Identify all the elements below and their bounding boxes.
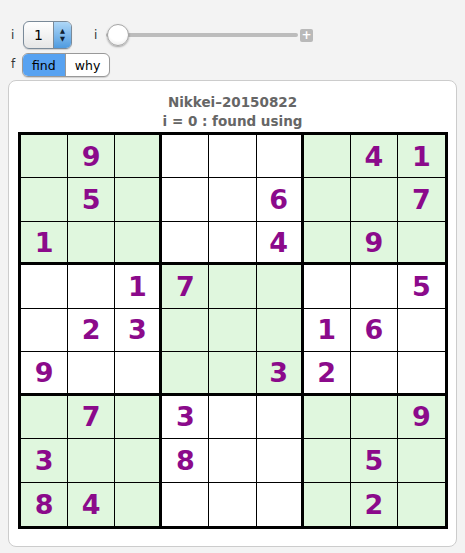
slider-track[interactable]: [106, 33, 298, 37]
why-button[interactable]: why: [65, 54, 110, 76]
cell-r1c9: 1: [398, 135, 445, 178]
slider-thumb[interactable]: [107, 24, 129, 46]
cell-r6c8: [351, 352, 398, 395]
cell-r9c9: [398, 483, 445, 526]
cell-r9c4: [162, 483, 209, 526]
cell-r6c2: [68, 352, 115, 395]
cell-r5c2: 2: [68, 309, 115, 352]
cell-r1c6: [257, 135, 304, 178]
cell-r5c5: [209, 309, 256, 352]
cell-r4c8: [351, 265, 398, 308]
cell-r5c8: 6: [351, 309, 398, 352]
slider-label: i: [94, 28, 97, 42]
cell-r3c8: 9: [351, 222, 398, 265]
cell-r4c2: [68, 265, 115, 308]
cell-r4c3: 1: [115, 265, 162, 308]
cell-r2c7: [304, 178, 351, 221]
cell-r9c6: [257, 483, 304, 526]
cell-r4c9: 5: [398, 265, 445, 308]
cell-r8c8: 5: [351, 439, 398, 482]
cell-r1c4: [162, 135, 209, 178]
f-toggle-label: f: [11, 57, 15, 71]
cell-r4c4: 7: [162, 265, 209, 308]
cell-r6c9: [398, 352, 445, 395]
cell-r1c5: [209, 135, 256, 178]
f-segmented-control: find why: [22, 53, 110, 77]
cell-r6c3: [115, 352, 162, 395]
cell-r3c9: [398, 222, 445, 265]
cell-r1c8: 4: [351, 135, 398, 178]
cell-r8c4: 8: [162, 439, 209, 482]
i-dropdown-label: i: [11, 28, 14, 42]
cell-r1c2: 9: [68, 135, 115, 178]
find-button[interactable]: find: [23, 54, 65, 76]
cell-r8c3: [115, 439, 162, 482]
sudoku-board: 9415671491752316932739385842: [18, 132, 448, 529]
cell-r9c2: 4: [68, 483, 115, 526]
stepper-down-icon[interactable]: ▼: [60, 35, 65, 43]
cell-r9c5: [209, 483, 256, 526]
cell-r8c1: 3: [21, 439, 68, 482]
output-panel: Nikkei–20150822 i = 0 : found using 9415…: [8, 80, 457, 547]
i-dropdown-value: 1: [24, 22, 53, 48]
cell-r2c9: 7: [398, 178, 445, 221]
stepper-arrows-icon[interactable]: ▲ ▼: [53, 22, 71, 48]
cell-r6c4: [162, 352, 209, 395]
cell-r8c7: [304, 439, 351, 482]
cell-r3c4: [162, 222, 209, 265]
cell-r7c8: [351, 396, 398, 439]
expand-controls-button[interactable]: +: [300, 29, 313, 42]
cell-r4c1: [21, 265, 68, 308]
cell-r2c6: 6: [257, 178, 304, 221]
cell-r4c5: [209, 265, 256, 308]
cell-r5c7: 1: [304, 309, 351, 352]
cell-r8c5: [209, 439, 256, 482]
cell-r1c1: [21, 135, 68, 178]
cell-r7c1: [21, 396, 68, 439]
i-dropdown[interactable]: 1 ▲ ▼: [23, 21, 72, 49]
stepper-up-icon[interactable]: ▲: [60, 27, 65, 35]
cell-r8c2: [68, 439, 115, 482]
cell-r7c4: 3: [162, 396, 209, 439]
cell-r2c3: [115, 178, 162, 221]
i-slider[interactable]: [106, 24, 298, 46]
cell-r8c6: [257, 439, 304, 482]
cell-r2c5: [209, 178, 256, 221]
puzzle-title: Nikkei–20150822: [9, 94, 456, 110]
cell-r6c7: 2: [304, 352, 351, 395]
cell-r7c5: [209, 396, 256, 439]
cell-r3c6: 4: [257, 222, 304, 265]
cell-r7c9: 9: [398, 396, 445, 439]
cell-r6c1: 9: [21, 352, 68, 395]
cell-r2c4: [162, 178, 209, 221]
cell-r7c3: [115, 396, 162, 439]
cell-r3c2: [68, 222, 115, 265]
status-line: i = 0 : found using: [9, 113, 456, 129]
cell-r3c5: [209, 222, 256, 265]
cell-r4c7: [304, 265, 351, 308]
cell-r5c6: [257, 309, 304, 352]
cell-r7c2: 7: [68, 396, 115, 439]
cell-r1c3: [115, 135, 162, 178]
cell-r9c7: [304, 483, 351, 526]
cell-r7c7: [304, 396, 351, 439]
cell-r5c1: [21, 309, 68, 352]
cell-r7c6: [257, 396, 304, 439]
cell-r3c3: [115, 222, 162, 265]
cell-r8c9: [398, 439, 445, 482]
cell-r9c3: [115, 483, 162, 526]
cell-r5c3: 3: [115, 309, 162, 352]
cell-r5c4: [162, 309, 209, 352]
cell-r1c7: [304, 135, 351, 178]
cell-r2c8: [351, 178, 398, 221]
cell-r9c1: 8: [21, 483, 68, 526]
cell-r2c1: [21, 178, 68, 221]
cell-r6c5: [209, 352, 256, 395]
cell-r6c6: 3: [257, 352, 304, 395]
cell-r9c8: 2: [351, 483, 398, 526]
cell-r5c9: [398, 309, 445, 352]
cell-r4c6: [257, 265, 304, 308]
cell-r3c7: [304, 222, 351, 265]
cell-r3c1: 1: [21, 222, 68, 265]
cell-r2c2: 5: [68, 178, 115, 221]
